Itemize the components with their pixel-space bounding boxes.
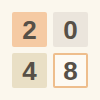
tile-2-value: 2 bbox=[22, 17, 36, 43]
tile-0[interactable]: 0 bbox=[53, 12, 88, 47]
tile-2[interactable]: 2 bbox=[12, 12, 47, 47]
2048-board: 2 0 4 8 bbox=[12, 12, 88, 88]
tile-8[interactable]: 8 bbox=[53, 53, 88, 88]
tile-4[interactable]: 4 bbox=[12, 53, 47, 88]
tile-0-value: 0 bbox=[63, 17, 77, 43]
tile-8-value: 8 bbox=[63, 58, 77, 84]
tile-4-value: 4 bbox=[22, 58, 36, 84]
2048-logo: 2 0 4 8 bbox=[0, 0, 100, 100]
